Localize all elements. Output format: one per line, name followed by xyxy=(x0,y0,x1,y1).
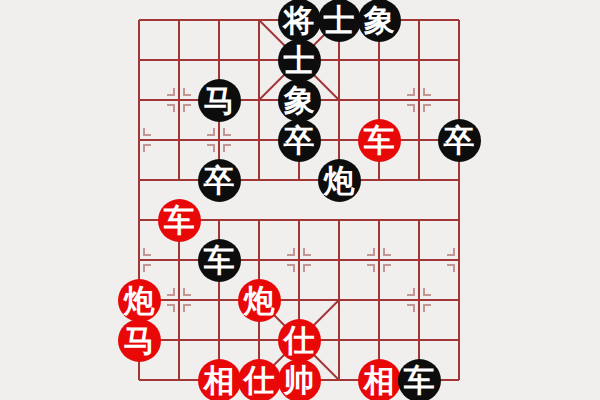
xiangqi-app: 将士象士马象卒车卒卒炮车车炮炮马仕相仕帅相车 xyxy=(0,0,600,400)
piece-layer: 将士象士马象卒车卒卒炮车车炮炮马仕相仕帅相车 xyxy=(119,0,479,400)
piece-black-elephant[interactable]: 象 xyxy=(358,0,401,42)
piece-black-soldier[interactable]: 卒 xyxy=(198,159,241,202)
piece-black-soldier[interactable]: 卒 xyxy=(278,119,321,162)
piece-red-horse[interactable]: 马 xyxy=(118,319,161,362)
piece-red-cannon[interactable]: 炮 xyxy=(118,279,161,322)
piece-red-cannon[interactable]: 炮 xyxy=(238,279,281,322)
piece-black-rook[interactable]: 车 xyxy=(198,239,241,282)
piece-black-cannon[interactable]: 炮 xyxy=(318,159,361,202)
piece-black-elephant[interactable]: 象 xyxy=(278,79,321,122)
piece-black-advisor[interactable]: 士 xyxy=(318,0,361,42)
piece-black-advisor[interactable]: 士 xyxy=(278,39,321,82)
piece-black-soldier[interactable]: 卒 xyxy=(438,119,481,162)
piece-red-elephant[interactable]: 相 xyxy=(198,359,241,400)
piece-black-rook[interactable]: 车 xyxy=(398,359,441,400)
piece-red-elephant[interactable]: 相 xyxy=(358,359,401,400)
piece-red-advisor[interactable]: 仕 xyxy=(278,319,321,362)
piece-black-horse[interactable]: 马 xyxy=(198,79,241,122)
piece-red-advisor[interactable]: 仕 xyxy=(238,359,281,400)
piece-red-general[interactable]: 帅 xyxy=(278,359,321,400)
piece-red-rook[interactable]: 车 xyxy=(358,119,401,162)
piece-red-rook[interactable]: 车 xyxy=(158,199,201,242)
piece-black-general[interactable]: 将 xyxy=(278,0,321,42)
